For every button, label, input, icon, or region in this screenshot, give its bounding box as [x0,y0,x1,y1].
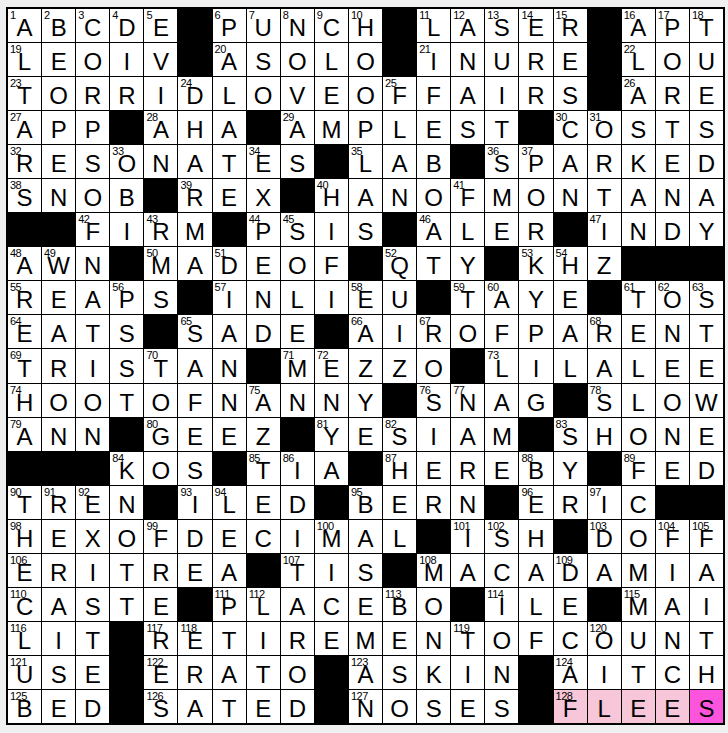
cell-r8-c3[interactable]: N [76,247,109,280]
cell-r16-c7[interactable]: E [213,520,246,553]
cell-r1-c14[interactable]: 12A [451,9,484,42]
cell-r12-c19[interactable]: L [622,384,655,417]
cell-r13-c12[interactable]: 82S [383,418,416,451]
cell-r5-c12[interactable]: A [383,145,416,178]
cell-r9-c19[interactable]: 61T [622,281,655,314]
cell-r1-c19[interactable]: 16A [622,9,655,42]
cell-r10-c7[interactable]: A [213,315,246,348]
cell-r20-c11[interactable]: 123A [349,656,382,689]
cell-r12-c6[interactable]: F [178,384,211,417]
cell-r3-c4[interactable]: R [110,77,143,110]
cell-r12-c8[interactable]: 75A [247,384,280,417]
cell-r19-c16[interactable]: F [519,622,552,655]
cell-r12-c20[interactable]: O [656,384,689,417]
cell-r7-c21[interactable]: Y [690,213,723,246]
cell-r20-c21[interactable]: H [690,656,723,689]
cell-r1-c21[interactable]: 18T [690,9,723,42]
cell-r4-c18[interactable]: 31O [588,111,621,144]
cell-r18-c13[interactable]: O [417,588,450,621]
cell-r14-c17[interactable]: Y [554,452,587,485]
cell-r20-c9[interactable]: O [281,656,314,689]
cell-r16-c15[interactable]: 102S [485,520,518,553]
cell-r17-c21[interactable]: A [690,554,723,587]
cell-r18-c9[interactable]: A [281,588,314,621]
cell-r20-c8[interactable]: T [247,656,280,689]
cell-r1-c3[interactable]: 3C [76,9,109,42]
cell-r17-c2[interactable]: R [42,554,75,587]
cell-r2-c21[interactable]: U [690,43,723,76]
cell-r7-c18[interactable]: 47I [588,213,621,246]
cell-r4-c3[interactable]: P [76,111,109,144]
cell-r12-c13[interactable]: 76S [417,384,450,417]
cell-r5-c9[interactable]: S [281,145,314,178]
cell-r21-c15[interactable]: S [485,690,518,723]
cell-r4-c5[interactable]: 28A [144,111,177,144]
cell-r19-c12[interactable]: E [383,622,416,655]
cell-r13-c1[interactable]: 79A [8,418,41,451]
cell-r14-c6[interactable]: S [178,452,211,485]
cell-r10-c17[interactable]: A [554,315,587,348]
cell-r18-c1[interactable]: 110C [8,588,41,621]
cell-r21-c13[interactable]: S [417,690,450,723]
cell-r6-c11[interactable]: A [349,179,382,212]
cell-r6-c10[interactable]: 40H [315,179,348,212]
cell-r11-c16[interactable]: I [519,349,552,382]
cell-r16-c18[interactable]: 103D [588,520,621,553]
cell-r17-c14[interactable]: A [451,554,484,587]
cell-r9-c3[interactable]: A [76,281,109,314]
cell-r7-c8[interactable]: 44P [247,213,280,246]
cell-r9-c14[interactable]: 59T [451,281,484,314]
cell-r4-c7[interactable]: A [213,111,246,144]
cell-r13-c20[interactable]: N [656,418,689,451]
cell-r20-c13[interactable]: K [417,656,450,689]
cell-r1-c16[interactable]: 14E [519,9,552,42]
cell-r15-c19[interactable]: C [622,486,655,519]
cell-r19-c13[interactable]: N [417,622,450,655]
cell-r13-c3[interactable]: N [76,418,109,451]
cell-r2-c19[interactable]: 22L [622,43,655,76]
cell-r15-c18[interactable]: 97I [588,486,621,519]
cell-r11-c2[interactable]: R [42,349,75,382]
cell-r20-c1[interactable]: 121U [8,656,41,689]
cell-r11-c12[interactable]: Z [383,349,416,382]
cell-r7-c16[interactable]: R [519,213,552,246]
cell-r19-c1[interactable]: 116L [8,622,41,655]
cell-r2-c8[interactable]: S [247,43,280,76]
cell-r16-c20[interactable]: 104F [656,520,689,553]
cell-r3-c10[interactable]: E [315,77,348,110]
cell-r8-c13[interactable]: T [417,247,450,280]
cell-r18-c19[interactable]: 115M [622,588,655,621]
cell-r1-c10[interactable]: 9C [315,9,348,42]
cell-r13-c14[interactable]: A [451,418,484,451]
cell-r9-c20[interactable]: 62O [656,281,689,314]
cell-r5-c6[interactable]: A [178,145,211,178]
cell-r17-c17[interactable]: 109D [554,554,587,587]
cell-r7-c5[interactable]: 43R [144,213,177,246]
cell-r21-c11[interactable]: 127N [349,690,382,723]
cell-r19-c20[interactable]: N [656,622,689,655]
cursor-cell-r21-c21[interactable]: S [690,690,723,723]
cell-r15-c3[interactable]: 92E [76,486,109,519]
cell-r11-c1[interactable]: 69T [8,349,41,382]
cell-r10-c3[interactable]: T [76,315,109,348]
cell-r2-c3[interactable]: O [76,43,109,76]
cell-r1-c11[interactable]: 10H [349,9,382,42]
cell-r19-c5[interactable]: 117R [144,622,177,655]
cell-r15-c6[interactable]: 93I [178,486,211,519]
cell-r18-c20[interactable]: A [656,588,689,621]
cell-r14-c13[interactable]: E [417,452,450,485]
cell-r18-c21[interactable]: I [690,588,723,621]
cell-r16-c11[interactable]: A [349,520,382,553]
cell-r12-c2[interactable]: O [42,384,75,417]
highlighted-word-cell-r21-c17[interactable]: 128F [554,690,587,723]
cell-r21-c12[interactable]: O [383,690,416,723]
cell-r12-c7[interactable]: N [213,384,246,417]
cell-r5-c21[interactable]: D [690,145,723,178]
cell-r1-c5[interactable]: 5E [144,9,177,42]
cell-r18-c5[interactable]: E [144,588,177,621]
cell-r13-c6[interactable]: E [178,418,211,451]
cell-r14-c14[interactable]: R [451,452,484,485]
cell-r4-c2[interactable]: P [42,111,75,144]
cell-r8-c16[interactable]: 53K [519,247,552,280]
cell-r6-c19[interactable]: A [622,179,655,212]
cell-r3-c5[interactable]: I [144,77,177,110]
cell-r1-c17[interactable]: 15R [554,9,587,42]
cell-r16-c6[interactable]: D [178,520,211,553]
cell-r2-c20[interactable]: O [656,43,689,76]
cell-r13-c17[interactable]: 83S [554,418,587,451]
cell-r16-c3[interactable]: X [76,520,109,553]
cell-r11-c10[interactable]: 72E [315,349,348,382]
cell-r20-c20[interactable]: C [656,656,689,689]
cell-r6-c2[interactable]: N [42,179,75,212]
cell-r3-c19[interactable]: 26A [622,77,655,110]
cell-r19-c19[interactable]: U [622,622,655,655]
cell-r20-c15[interactable]: N [485,656,518,689]
cell-r2-c4[interactable]: I [110,43,143,76]
cell-r12-c9[interactable]: N [281,384,314,417]
cell-r9-c5[interactable]: S [144,281,177,314]
cell-r9-c9[interactable]: L [281,281,314,314]
cell-r6-c17[interactable]: N [554,179,587,212]
cell-r1-c7[interactable]: 6P [213,9,246,42]
cell-r6-c6[interactable]: 39R [178,179,211,212]
cell-r12-c3[interactable]: O [76,384,109,417]
cell-r14-c19[interactable]: 89F [622,452,655,485]
cell-r7-c15[interactable]: E [485,213,518,246]
cell-r18-c4[interactable]: T [110,588,143,621]
cell-r17-c10[interactable]: I [315,554,348,587]
cell-r10-c9[interactable]: E [281,315,314,348]
cell-r18-c15[interactable]: 114I [485,588,518,621]
cell-r3-c6[interactable]: 24D [178,77,211,110]
cell-r16-c12[interactable]: L [383,520,416,553]
cell-r15-c12[interactable]: E [383,486,416,519]
cell-r20-c18[interactable]: I [588,656,621,689]
cell-r15-c2[interactable]: 91R [42,486,75,519]
cell-r17-c1[interactable]: 106E [8,554,41,587]
cell-r6-c14[interactable]: 41F [451,179,484,212]
cell-r3-c1[interactable]: 23T [8,77,41,110]
cell-r12-c5[interactable]: O [144,384,177,417]
cell-r5-c17[interactable]: A [554,145,587,178]
cell-r11-c13[interactable]: O [417,349,450,382]
cell-r17-c11[interactable]: S [349,554,382,587]
cell-r8-c18[interactable]: Z [588,247,621,280]
cell-r4-c17[interactable]: 30C [554,111,587,144]
cell-r16-c19[interactable]: O [622,520,655,553]
cell-r10-c13[interactable]: 67R [417,315,450,348]
cell-r15-c8[interactable]: E [247,486,280,519]
cell-r8-c9[interactable]: O [281,247,314,280]
cell-r15-c9[interactable]: D [281,486,314,519]
cell-r6-c13[interactable]: O [417,179,450,212]
cell-r8-c1[interactable]: 48A [8,247,41,280]
cell-r10-c12[interactable]: I [383,315,416,348]
cell-r4-c10[interactable]: M [315,111,348,144]
cell-r15-c11[interactable]: 95B [349,486,382,519]
cell-r16-c14[interactable]: 101I [451,520,484,553]
cell-r5-c3[interactable]: S [76,145,109,178]
cell-r13-c21[interactable]: E [690,418,723,451]
cell-r7-c11[interactable]: S [349,213,382,246]
cell-r10-c21[interactable]: T [690,315,723,348]
cell-r5-c8[interactable]: 34E [247,145,280,178]
cell-r18-c16[interactable]: L [519,588,552,621]
cell-r6-c12[interactable]: N [383,179,416,212]
cell-r11-c18[interactable]: A [588,349,621,382]
cell-r19-c15[interactable]: O [485,622,518,655]
cell-r5-c5[interactable]: N [144,145,177,178]
cell-r21-c8[interactable]: E [247,690,280,723]
cell-r17-c3[interactable]: I [76,554,109,587]
cell-r9-c16[interactable]: Y [519,281,552,314]
cell-r12-c16[interactable]: G [519,384,552,417]
cell-r15-c16[interactable]: 96E [519,486,552,519]
cell-r8-c17[interactable]: 54H [554,247,587,280]
cell-r4-c6[interactable]: H [178,111,211,144]
cell-r7-c6[interactable]: M [178,213,211,246]
cell-r9-c11[interactable]: 58E [349,281,382,314]
cell-r14-c15[interactable]: E [485,452,518,485]
cell-r17-c4[interactable]: T [110,554,143,587]
cell-r15-c7[interactable]: 94L [213,486,246,519]
cell-r17-c9[interactable]: 107T [281,554,314,587]
cell-r12-c11[interactable]: Y [349,384,382,417]
cell-r13-c13[interactable]: I [417,418,450,451]
cell-r5-c19[interactable]: K [622,145,655,178]
cell-r16-c4[interactable]: O [110,520,143,553]
cell-r9-c4[interactable]: 56P [110,281,143,314]
cell-r21-c9[interactable]: D [281,690,314,723]
cell-r11-c4[interactable]: S [110,349,143,382]
cell-r16-c2[interactable]: E [42,520,75,553]
cell-r15-c14[interactable]: N [451,486,484,519]
cell-r18-c17[interactable]: E [554,588,587,621]
cell-r14-c12[interactable]: 87H [383,452,416,485]
cell-r1-c15[interactable]: 13S [485,9,518,42]
cell-r17-c6[interactable]: E [178,554,211,587]
cell-r10-c2[interactable]: A [42,315,75,348]
cell-r19-c21[interactable]: T [690,622,723,655]
cell-r17-c16[interactable]: A [519,554,552,587]
cell-r4-c12[interactable]: L [383,111,416,144]
cell-r20-c12[interactable]: S [383,656,416,689]
cell-r13-c10[interactable]: 81Y [315,418,348,451]
cell-r11-c9[interactable]: 71M [281,349,314,382]
cell-r1-c4[interactable]: 4D [110,9,143,42]
cell-r6-c3[interactable]: O [76,179,109,212]
cell-r8-c5[interactable]: 50M [144,247,177,280]
cell-r11-c15[interactable]: 73L [485,349,518,382]
cell-r5-c13[interactable]: B [417,145,450,178]
cell-r3-c14[interactable]: A [451,77,484,110]
cell-r11-c20[interactable]: E [656,349,689,382]
cell-r19-c3[interactable]: T [76,622,109,655]
cell-r5-c7[interactable]: T [213,145,246,178]
cell-r3-c8[interactable]: O [247,77,280,110]
cell-r6-c1[interactable]: 38S [8,179,41,212]
cell-r16-c21[interactable]: 105F [690,520,723,553]
cell-r3-c9[interactable]: V [281,77,314,110]
cell-r18-c3[interactable]: S [76,588,109,621]
cell-r9-c21[interactable]: 63S [690,281,723,314]
cell-r8-c12[interactable]: 52Q [383,247,416,280]
cell-r7-c20[interactable]: D [656,213,689,246]
cell-r2-c14[interactable]: N [451,43,484,76]
cell-r3-c21[interactable]: E [690,77,723,110]
cell-r3-c7[interactable]: L [213,77,246,110]
cell-r3-c11[interactable]: O [349,77,382,110]
cell-r11-c19[interactable]: L [622,349,655,382]
cell-r13-c11[interactable]: E [349,418,382,451]
cell-r14-c21[interactable]: D [690,452,723,485]
cell-r18-c2[interactable]: A [42,588,75,621]
cell-r3-c20[interactable]: R [656,77,689,110]
cell-r20-c14[interactable]: I [451,656,484,689]
cell-r16-c16[interactable]: H [519,520,552,553]
cell-r19-c7[interactable]: T [213,622,246,655]
cell-r3-c2[interactable]: O [42,77,75,110]
cell-r5-c11[interactable]: 35L [349,145,382,178]
cell-r8-c10[interactable]: F [315,247,348,280]
cell-r21-c5[interactable]: 126S [144,690,177,723]
cell-r12-c1[interactable]: 74H [8,384,41,417]
cell-r10-c20[interactable]: N [656,315,689,348]
cell-r3-c17[interactable]: S [554,77,587,110]
cell-r8-c7[interactable]: 51D [213,247,246,280]
cell-r6-c15[interactable]: M [485,179,518,212]
cell-r17-c7[interactable]: A [213,554,246,587]
cell-r13-c2[interactable]: N [42,418,75,451]
cell-r10-c18[interactable]: 68R [588,315,621,348]
cell-r21-c7[interactable]: T [213,690,246,723]
cell-r2-c10[interactable]: L [315,43,348,76]
cell-r6-c16[interactable]: O [519,179,552,212]
cell-r14-c10[interactable]: A [315,452,348,485]
cell-r9-c17[interactable]: E [554,281,587,314]
cell-r5-c18[interactable]: R [588,145,621,178]
cell-r8-c2[interactable]: 49W [42,247,75,280]
cell-r17-c19[interactable]: M [622,554,655,587]
cell-r1-c20[interactable]: 17P [656,9,689,42]
cell-r7-c3[interactable]: 42F [76,213,109,246]
cell-r14-c4[interactable]: 84K [110,452,143,485]
cell-r2-c16[interactable]: R [519,43,552,76]
cell-r7-c4[interactable]: I [110,213,143,246]
cell-r13-c8[interactable]: Z [247,418,280,451]
cell-r11-c7[interactable]: N [213,349,246,382]
cell-r10-c6[interactable]: 65S [178,315,211,348]
cell-r17-c20[interactable]: I [656,554,689,587]
cell-r4-c11[interactable]: P [349,111,382,144]
cell-r16-c8[interactable]: C [247,520,280,553]
cell-r9-c15[interactable]: 60A [485,281,518,314]
cell-r1-c8[interactable]: 7U [247,9,280,42]
highlighted-word-cell-r21-c20[interactable]: E [656,690,689,723]
cell-r17-c13[interactable]: 108M [417,554,450,587]
cell-r16-c5[interactable]: 99F [144,520,177,553]
cell-r12-c10[interactable]: N [315,384,348,417]
cell-r18-c12[interactable]: 113B [383,588,416,621]
cell-r4-c20[interactable]: T [656,111,689,144]
cell-r18-c8[interactable]: 112L [247,588,280,621]
cell-r7-c19[interactable]: N [622,213,655,246]
cell-r17-c5[interactable]: R [144,554,177,587]
cell-r1-c9[interactable]: 8N [281,9,314,42]
cell-r17-c15[interactable]: C [485,554,518,587]
cell-r15-c17[interactable]: R [554,486,587,519]
cell-r2-c13[interactable]: 21I [417,43,450,76]
highlighted-word-cell-r21-c18[interactable]: L [588,690,621,723]
cell-r1-c13[interactable]: 11L [417,9,450,42]
cell-r14-c16[interactable]: 88B [519,452,552,485]
cell-r7-c10[interactable]: I [315,213,348,246]
cell-r4-c1[interactable]: 27A [8,111,41,144]
cell-r2-c5[interactable]: V [144,43,177,76]
cell-r9-c10[interactable]: I [315,281,348,314]
cell-r5-c15[interactable]: 36S [485,145,518,178]
cell-r19-c8[interactable]: I [247,622,280,655]
cell-r5-c20[interactable]: E [656,145,689,178]
cell-r14-c20[interactable]: E [656,452,689,485]
highlighted-word-cell-r21-c19[interactable]: E [622,690,655,723]
cell-r2-c1[interactable]: 19L [8,43,41,76]
cell-r12-c14[interactable]: 77N [451,384,484,417]
cell-r21-c14[interactable]: E [451,690,484,723]
cell-r11-c17[interactable]: L [554,349,587,382]
cell-r4-c14[interactable]: S [451,111,484,144]
cell-r5-c1[interactable]: 32R [8,145,41,178]
cell-r12-c18[interactable]: 78S [588,384,621,417]
cell-r9-c7[interactable]: 57I [213,281,246,314]
cell-r19-c6[interactable]: 118E [178,622,211,655]
cell-r1-c2[interactable]: 2B [42,9,75,42]
cell-r20-c17[interactable]: 124A [554,656,587,689]
cell-r14-c9[interactable]: 86I [281,452,314,485]
cell-r2-c17[interactable]: E [554,43,587,76]
cell-r11-c21[interactable]: E [690,349,723,382]
cell-r7-c9[interactable]: 45S [281,213,314,246]
cell-r3-c15[interactable]: I [485,77,518,110]
cell-r7-c14[interactable]: L [451,213,484,246]
cell-r2-c2[interactable]: E [42,43,75,76]
cell-r3-c12[interactable]: 25F [383,77,416,110]
